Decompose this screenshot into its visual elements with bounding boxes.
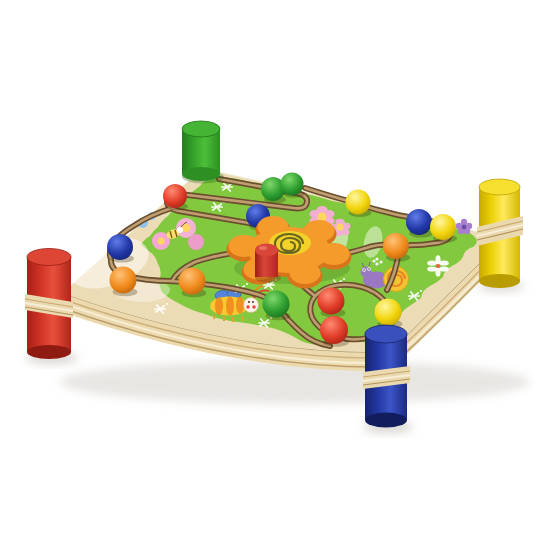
bead-yellow-6[interactable] (430, 214, 457, 243)
peg-yellow (477, 179, 523, 288)
peg-green (182, 121, 224, 184)
bead-yellow-4[interactable] (346, 190, 372, 218)
bead-green-3[interactable] (281, 173, 305, 198)
purple-flower-decal (456, 219, 472, 234)
toy-scene (0, 0, 550, 550)
bead-blue-5[interactable] (406, 209, 433, 238)
peg-blue (363, 325, 410, 428)
peg-red (25, 249, 73, 360)
gear-knob[interactable] (255, 244, 281, 283)
bead-maze-toy-photo (0, 0, 550, 550)
